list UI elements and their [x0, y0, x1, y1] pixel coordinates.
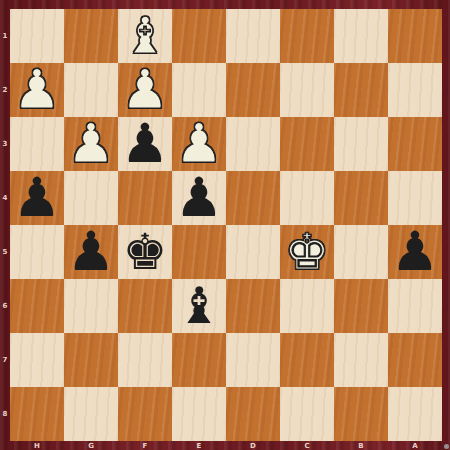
square-d8[interactable]	[226, 387, 280, 441]
square-c2[interactable]	[280, 63, 334, 117]
white-pawn[interactable]: ♟	[64, 117, 118, 171]
square-c1[interactable]	[280, 9, 334, 63]
file-label-d: D	[226, 442, 280, 450]
square-d2[interactable]	[226, 63, 280, 117]
square-e1[interactable]	[172, 9, 226, 63]
file-label-f: F	[118, 442, 172, 450]
square-c6[interactable]	[280, 279, 334, 333]
square-f8[interactable]	[118, 387, 172, 441]
square-e3[interactable]: ♟	[172, 117, 226, 171]
square-d4[interactable]	[226, 171, 280, 225]
square-g6[interactable]	[64, 279, 118, 333]
chess-board-frame: ♝♟♟♟♟♟♟♟♟♚♚♟♝ 12345678 HGFEDCBA	[0, 0, 450, 450]
square-b3[interactable]	[334, 117, 388, 171]
square-b1[interactable]	[334, 9, 388, 63]
black-bishop[interactable]: ♝	[172, 279, 226, 333]
black-pawn[interactable]: ♟	[118, 117, 172, 171]
square-a3[interactable]	[388, 117, 442, 171]
square-a5[interactable]: ♟	[388, 225, 442, 279]
square-d7[interactable]	[226, 333, 280, 387]
square-f6[interactable]	[118, 279, 172, 333]
file-label-g: G	[64, 442, 118, 450]
white-pawn[interactable]: ♟	[172, 117, 226, 171]
rank-label-4: 4	[0, 193, 10, 203]
square-a7[interactable]	[388, 333, 442, 387]
rank-label-8: 8	[0, 409, 10, 419]
square-a6[interactable]	[388, 279, 442, 333]
square-b4[interactable]	[334, 171, 388, 225]
square-c7[interactable]	[280, 333, 334, 387]
square-g2[interactable]	[64, 63, 118, 117]
square-b6[interactable]	[334, 279, 388, 333]
square-a4[interactable]	[388, 171, 442, 225]
square-g1[interactable]	[64, 9, 118, 63]
square-c5[interactable]: ♚	[280, 225, 334, 279]
file-label-a: A	[388, 442, 442, 450]
square-d5[interactable]	[226, 225, 280, 279]
square-g8[interactable]	[64, 387, 118, 441]
square-e6[interactable]: ♝	[172, 279, 226, 333]
square-f7[interactable]	[118, 333, 172, 387]
square-h5[interactable]	[10, 225, 64, 279]
square-h8[interactable]	[10, 387, 64, 441]
square-f1[interactable]: ♝	[118, 9, 172, 63]
square-e2[interactable]	[172, 63, 226, 117]
square-h3[interactable]	[10, 117, 64, 171]
square-h4[interactable]: ♟	[10, 171, 64, 225]
rank-label-6: 6	[0, 301, 10, 311]
white-bishop[interactable]: ♝	[118, 9, 172, 63]
square-e8[interactable]	[172, 387, 226, 441]
square-g4[interactable]	[64, 171, 118, 225]
square-a1[interactable]	[388, 9, 442, 63]
corner-dot	[444, 444, 449, 449]
square-h2[interactable]: ♟	[10, 63, 64, 117]
square-e5[interactable]	[172, 225, 226, 279]
file-label-b: B	[334, 442, 388, 450]
black-pawn[interactable]: ♟	[388, 225, 442, 279]
chess-board: ♝♟♟♟♟♟♟♟♟♚♚♟♝	[10, 9, 442, 441]
square-e4[interactable]: ♟	[172, 171, 226, 225]
square-c3[interactable]	[280, 117, 334, 171]
rank-label-1: 1	[0, 31, 10, 41]
square-g5[interactable]: ♟	[64, 225, 118, 279]
square-h1[interactable]	[10, 9, 64, 63]
square-f2[interactable]: ♟	[118, 63, 172, 117]
square-d6[interactable]	[226, 279, 280, 333]
square-d3[interactable]	[226, 117, 280, 171]
file-label-e: E	[172, 442, 226, 450]
rank-label-3: 3	[0, 139, 10, 149]
square-c8[interactable]	[280, 387, 334, 441]
white-pawn[interactable]: ♟	[10, 63, 64, 117]
file-label-h: H	[10, 442, 64, 450]
square-d1[interactable]	[226, 9, 280, 63]
rank-label-5: 5	[0, 247, 10, 257]
square-c4[interactable]	[280, 171, 334, 225]
square-g3[interactable]: ♟	[64, 117, 118, 171]
square-a8[interactable]	[388, 387, 442, 441]
white-king[interactable]: ♚	[280, 225, 334, 279]
black-pawn[interactable]: ♟	[172, 171, 226, 225]
black-pawn[interactable]: ♟	[64, 225, 118, 279]
square-h6[interactable]	[10, 279, 64, 333]
square-h7[interactable]	[10, 333, 64, 387]
square-b7[interactable]	[334, 333, 388, 387]
black-king[interactable]: ♚	[118, 225, 172, 279]
square-f5[interactable]: ♚	[118, 225, 172, 279]
file-label-c: C	[280, 442, 334, 450]
white-pawn[interactable]: ♟	[118, 63, 172, 117]
black-pawn[interactable]: ♟	[10, 171, 64, 225]
square-f4[interactable]	[118, 171, 172, 225]
rank-label-2: 2	[0, 85, 10, 95]
rank-label-7: 7	[0, 355, 10, 365]
square-b5[interactable]	[334, 225, 388, 279]
square-e7[interactable]	[172, 333, 226, 387]
square-f3[interactable]: ♟	[118, 117, 172, 171]
square-b8[interactable]	[334, 387, 388, 441]
square-a2[interactable]	[388, 63, 442, 117]
square-g7[interactable]	[64, 333, 118, 387]
square-b2[interactable]	[334, 63, 388, 117]
